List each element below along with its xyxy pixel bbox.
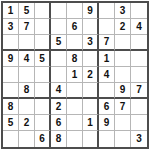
cell-r1c1[interactable]: 1 <box>3 3 19 19</box>
cell-r7c7[interactable]: 6 <box>99 99 115 115</box>
cell-r7c8[interactable]: 7 <box>115 99 131 115</box>
cell-r9c5[interactable] <box>67 131 83 147</box>
cell-r9c7[interactable] <box>99 131 115 147</box>
cell-r2c8[interactable]: 2 <box>115 19 131 35</box>
cell-r4c2[interactable]: 4 <box>19 51 35 67</box>
cell-r2c9[interactable]: 4 <box>131 19 147 35</box>
cell-r3c1[interactable] <box>3 35 19 51</box>
cell-r5c9[interactable] <box>131 67 147 83</box>
cell-r8c3[interactable] <box>35 115 51 131</box>
cell-r9c4[interactable]: 8 <box>51 131 67 147</box>
cell-r3c4[interactable]: 5 <box>51 35 67 51</box>
cell-r4c6[interactable] <box>83 51 99 67</box>
cell-r9c8[interactable] <box>115 131 131 147</box>
cell-r2c1[interactable]: 3 <box>3 19 19 35</box>
cell-r6c7[interactable] <box>99 83 115 99</box>
cell-r2c3[interactable] <box>35 19 51 35</box>
cell-r4c9[interactable] <box>131 51 147 67</box>
cell-r5c7[interactable]: 4 <box>99 67 115 83</box>
cell-r5c3[interactable] <box>35 67 51 83</box>
cell-r5c2[interactable] <box>19 67 35 83</box>
cell-r6c1[interactable] <box>3 83 19 99</box>
cell-r6c2[interactable]: 8 <box>19 83 35 99</box>
cell-r6c8[interactable]: 9 <box>115 83 131 99</box>
cell-r1c6[interactable]: 9 <box>83 3 99 19</box>
cell-r3c9[interactable] <box>131 35 147 51</box>
cell-r9c9[interactable]: 3 <box>131 131 147 147</box>
cell-r5c5[interactable]: 1 <box>67 67 83 83</box>
cell-r2c6[interactable] <box>83 19 99 35</box>
cell-r1c5[interactable] <box>67 3 83 19</box>
cell-r9c2[interactable] <box>19 131 35 147</box>
board-wrap: 159337624537945811248497826752619683 <box>0 0 150 149</box>
cell-r8c1[interactable]: 5 <box>3 115 19 131</box>
cell-r5c4[interactable] <box>51 67 67 83</box>
sudoku-board: 159337624537945811248497826752619683 <box>1 1 149 149</box>
cell-r4c7[interactable]: 1 <box>99 51 115 67</box>
cell-r2c2[interactable]: 7 <box>19 19 35 35</box>
cell-r8c6[interactable]: 1 <box>83 115 99 131</box>
cell-r6c3[interactable] <box>35 83 51 99</box>
cell-r8c2[interactable]: 2 <box>19 115 35 131</box>
cell-r9c1[interactable] <box>3 131 19 147</box>
cell-r3c3[interactable] <box>35 35 51 51</box>
cell-r7c4[interactable]: 2 <box>51 99 67 115</box>
cell-r1c4[interactable] <box>51 3 67 19</box>
cell-r8c5[interactable] <box>67 115 83 131</box>
cell-r7c1[interactable]: 8 <box>3 99 19 115</box>
cell-r8c9[interactable] <box>131 115 147 131</box>
cell-r3c8[interactable] <box>115 35 131 51</box>
cell-r8c8[interactable] <box>115 115 131 131</box>
cell-r3c5[interactable] <box>67 35 83 51</box>
cell-r1c3[interactable] <box>35 3 51 19</box>
cell-r6c6[interactable] <box>83 83 99 99</box>
cell-r3c7[interactable]: 7 <box>99 35 115 51</box>
cell-r7c6[interactable] <box>83 99 99 115</box>
cell-r4c4[interactable] <box>51 51 67 67</box>
cell-r7c5[interactable] <box>67 99 83 115</box>
cell-r4c5[interactable]: 8 <box>67 51 83 67</box>
cell-r9c6[interactable] <box>83 131 99 147</box>
cell-r4c3[interactable]: 5 <box>35 51 51 67</box>
cell-r6c4[interactable]: 4 <box>51 83 67 99</box>
cell-r8c7[interactable]: 9 <box>99 115 115 131</box>
cell-r4c8[interactable] <box>115 51 131 67</box>
cell-r1c7[interactable] <box>99 3 115 19</box>
cell-r7c9[interactable] <box>131 99 147 115</box>
cell-r2c5[interactable]: 6 <box>67 19 83 35</box>
cell-r5c8[interactable] <box>115 67 131 83</box>
cell-r3c6[interactable]: 3 <box>83 35 99 51</box>
cell-r7c2[interactable] <box>19 99 35 115</box>
cell-r9c3[interactable]: 6 <box>35 131 51 147</box>
cell-r1c8[interactable]: 3 <box>115 3 131 19</box>
cell-r8c4[interactable]: 6 <box>51 115 67 131</box>
cell-r6c9[interactable]: 7 <box>131 83 147 99</box>
cell-r2c4[interactable] <box>51 19 67 35</box>
cell-r3c2[interactable] <box>19 35 35 51</box>
cell-r7c3[interactable] <box>35 99 51 115</box>
cell-r5c6[interactable]: 2 <box>83 67 99 83</box>
cell-r6c5[interactable] <box>67 83 83 99</box>
cell-r1c2[interactable]: 5 <box>19 3 35 19</box>
cell-r1c9[interactable] <box>131 3 147 19</box>
cell-r4c1[interactable]: 9 <box>3 51 19 67</box>
cell-r2c7[interactable] <box>99 19 115 35</box>
cell-r5c1[interactable] <box>3 67 19 83</box>
